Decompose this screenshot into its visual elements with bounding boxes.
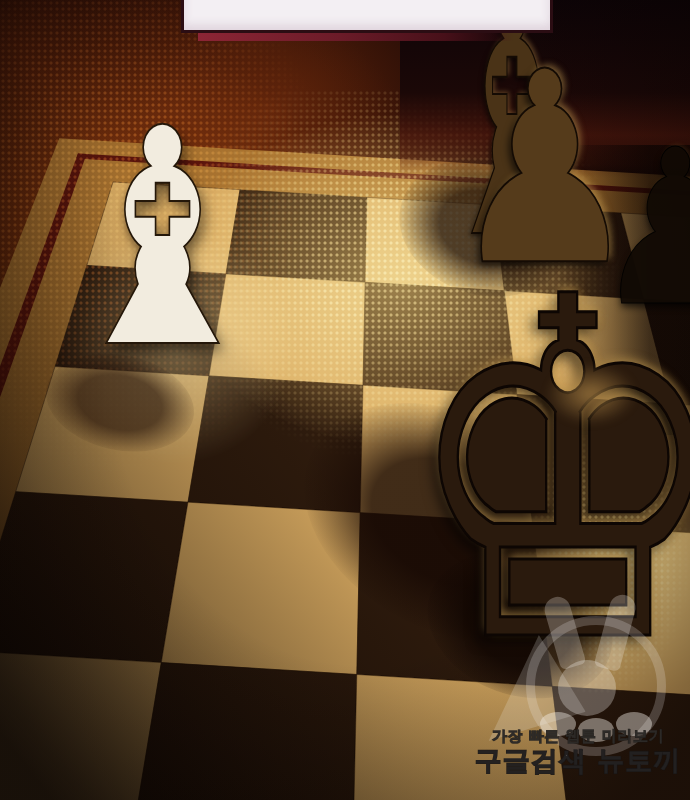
webtoon-chess-panel: ♝ ♟ ♟ ♝ ♚ 가장 빠른 웹툰 미리보기 구글검색 뉴토끼 bbox=[0, 0, 690, 800]
chessboard bbox=[0, 0, 690, 800]
caption-panel bbox=[181, 0, 553, 33]
